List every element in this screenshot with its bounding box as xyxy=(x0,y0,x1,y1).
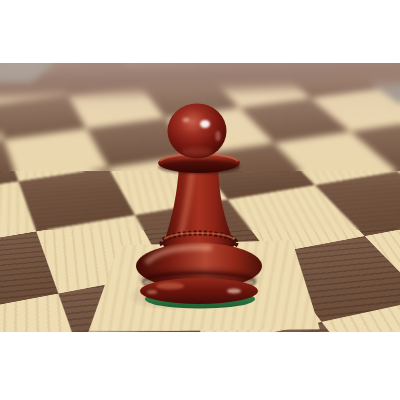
photo-margin-bottom xyxy=(0,332,400,400)
photo-area xyxy=(0,63,400,332)
red-pawn-piece xyxy=(130,101,266,309)
product-photo xyxy=(0,0,400,400)
photo-margin-top xyxy=(0,0,400,63)
